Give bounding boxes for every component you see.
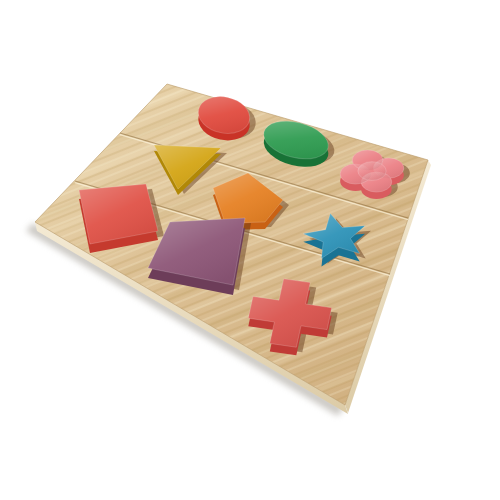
shape-puzzle-board-photo [0,0,500,500]
puzzle-photo-scene [0,0,500,500]
